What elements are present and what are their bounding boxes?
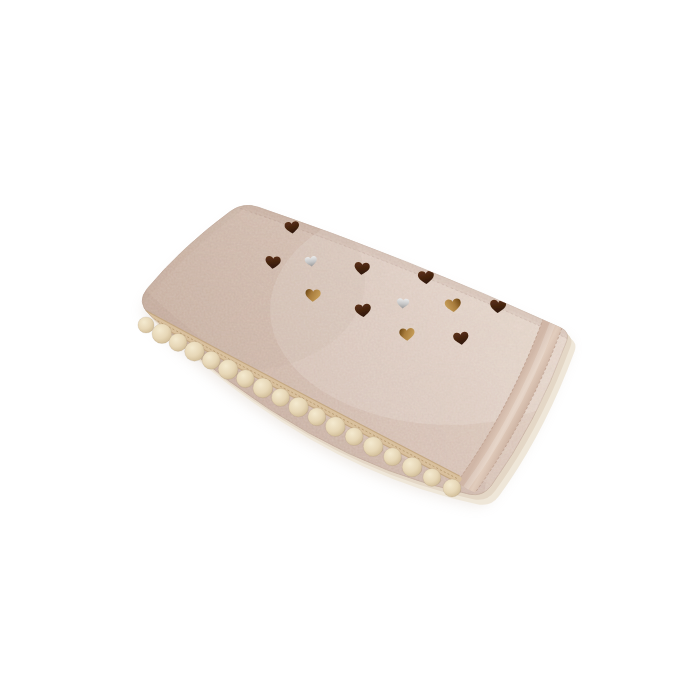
pompom xyxy=(325,417,345,437)
pompom xyxy=(169,333,187,351)
pompom xyxy=(443,479,461,497)
pompom xyxy=(308,408,326,426)
pompom xyxy=(363,437,383,457)
pompom xyxy=(202,351,220,369)
pompom xyxy=(402,457,422,477)
pompom xyxy=(236,370,254,388)
pompom xyxy=(383,448,401,466)
pompom xyxy=(253,378,273,398)
pompom xyxy=(152,324,172,344)
pompom xyxy=(345,428,363,446)
product-photo xyxy=(0,0,700,700)
pompom xyxy=(138,317,154,333)
pompom xyxy=(423,468,441,486)
towel-scene-svg xyxy=(0,0,700,700)
pompom xyxy=(289,397,309,417)
pompom xyxy=(218,360,238,380)
pompom xyxy=(272,388,290,406)
pompom xyxy=(185,341,205,361)
